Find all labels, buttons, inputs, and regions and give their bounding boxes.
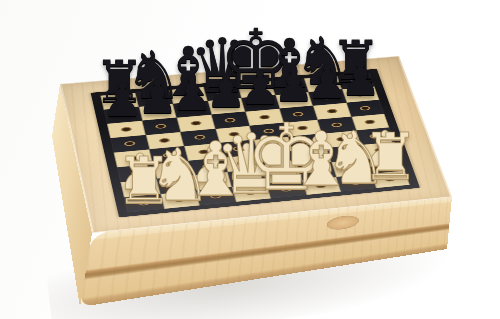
wood-knot: [327, 215, 359, 230]
peg-hole: [122, 128, 130, 132]
peg-hole: [157, 124, 165, 128]
chess-set-photo: ♜♞♝♛♚♝♞♜♟♟♟♟♟♟♟♟♟♟♟♟♟♟♟♟♜♞♝♛♚♝♞♜: [0, 0, 500, 319]
peg-hole: [328, 109, 336, 112]
white-rook-h1[interactable]: ♜: [361, 126, 419, 190]
black-pawn-h7[interactable]: ♟: [340, 57, 381, 103]
peg-hole: [192, 121, 200, 124]
peg-hole: [361, 106, 369, 109]
